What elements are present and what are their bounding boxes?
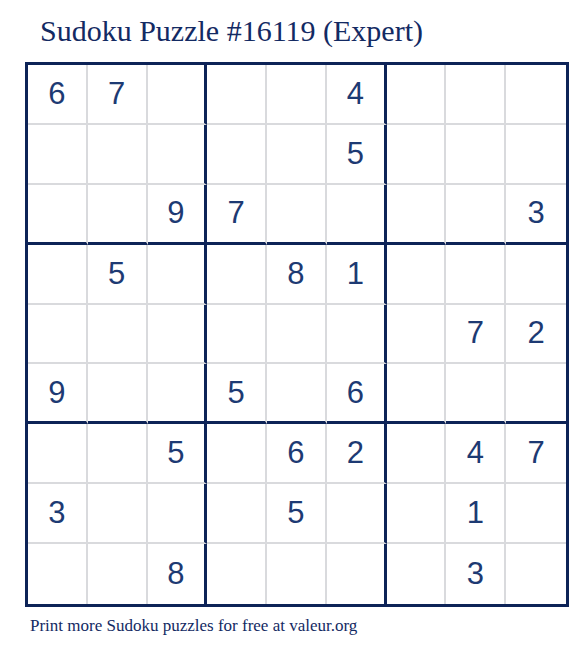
cell-r1c1[interactable]: 6 (28, 65, 88, 125)
cell-r2c7[interactable] (387, 125, 447, 185)
cell-r3c6[interactable] (327, 185, 387, 245)
cell-r5c5[interactable] (267, 305, 327, 365)
cell-r5c8[interactable]: 7 (446, 305, 506, 365)
cell-r5c1[interactable] (28, 305, 88, 365)
cell-r8c3[interactable] (148, 484, 208, 544)
cell-r5c6[interactable] (327, 305, 387, 365)
cell-r2c4[interactable] (207, 125, 267, 185)
cell-r4c8[interactable] (446, 245, 506, 305)
cell-r2c2[interactable] (88, 125, 148, 185)
cell-r1c7[interactable] (387, 65, 447, 125)
sudoku-page: Sudoku Puzzle #16119 (Expert) 6745973581… (0, 0, 580, 651)
cell-r3c1[interactable] (28, 185, 88, 245)
cell-r5c2[interactable] (88, 305, 148, 365)
cell-r7c2[interactable] (88, 424, 148, 484)
cell-r4c5[interactable]: 8 (267, 245, 327, 305)
cell-r6c5[interactable] (267, 364, 327, 424)
cell-r9c5[interactable] (267, 544, 327, 604)
cell-r1c3[interactable] (148, 65, 208, 125)
cell-r6c8[interactable] (446, 364, 506, 424)
cell-r4c6[interactable]: 1 (327, 245, 387, 305)
cell-r8c4[interactable] (207, 484, 267, 544)
cell-r2c1[interactable] (28, 125, 88, 185)
cell-r4c2[interactable]: 5 (88, 245, 148, 305)
cell-r6c2[interactable] (88, 364, 148, 424)
cell-r1c6[interactable]: 4 (327, 65, 387, 125)
cell-r7c3[interactable]: 5 (148, 424, 208, 484)
cell-r1c9[interactable] (506, 65, 566, 125)
cell-r7c5[interactable]: 6 (267, 424, 327, 484)
cell-r3c9[interactable]: 3 (506, 185, 566, 245)
cell-r9c3[interactable]: 8 (148, 544, 208, 604)
cell-r5c7[interactable] (387, 305, 447, 365)
cell-r1c2[interactable]: 7 (88, 65, 148, 125)
cell-r5c9[interactable]: 2 (506, 305, 566, 365)
cell-r7c8[interactable]: 4 (446, 424, 506, 484)
cell-r7c6[interactable]: 2 (327, 424, 387, 484)
cell-r1c5[interactable] (267, 65, 327, 125)
page-title: Sudoku Puzzle #16119 (Expert) (40, 14, 423, 49)
cell-r7c9[interactable]: 7 (506, 424, 566, 484)
cell-r8c7[interactable] (387, 484, 447, 544)
footer-text: Print more Sudoku puzzles for free at va… (30, 616, 357, 636)
cell-r8c8[interactable]: 1 (446, 484, 506, 544)
cell-r1c4[interactable] (207, 65, 267, 125)
cell-r6c9[interactable] (506, 364, 566, 424)
cell-r4c9[interactable] (506, 245, 566, 305)
cell-r1c8[interactable] (446, 65, 506, 125)
cell-r5c3[interactable] (148, 305, 208, 365)
cell-r2c8[interactable] (446, 125, 506, 185)
cell-r4c3[interactable] (148, 245, 208, 305)
cell-r2c5[interactable] (267, 125, 327, 185)
cell-r8c1[interactable]: 3 (28, 484, 88, 544)
cell-r9c6[interactable] (327, 544, 387, 604)
cell-r3c4[interactable]: 7 (207, 185, 267, 245)
cell-r2c6[interactable]: 5 (327, 125, 387, 185)
cell-r3c7[interactable] (387, 185, 447, 245)
cell-r6c6[interactable]: 6 (327, 364, 387, 424)
cell-r4c7[interactable] (387, 245, 447, 305)
cell-r9c7[interactable] (387, 544, 447, 604)
cell-r6c7[interactable] (387, 364, 447, 424)
sudoku-grid: 6745973581729565624735183 (25, 62, 569, 607)
cell-r9c9[interactable] (506, 544, 566, 604)
cell-r9c1[interactable] (28, 544, 88, 604)
cell-r3c5[interactable] (267, 185, 327, 245)
cell-r2c9[interactable] (506, 125, 566, 185)
cell-r8c5[interactable]: 5 (267, 484, 327, 544)
cell-r3c8[interactable] (446, 185, 506, 245)
cell-r9c2[interactable] (88, 544, 148, 604)
cell-r2c3[interactable] (148, 125, 208, 185)
cell-r3c2[interactable] (88, 185, 148, 245)
cell-r6c4[interactable]: 5 (207, 364, 267, 424)
cell-r7c1[interactable] (28, 424, 88, 484)
cell-r6c1[interactable]: 9 (28, 364, 88, 424)
cell-r6c3[interactable] (148, 364, 208, 424)
cell-r8c9[interactable] (506, 484, 566, 544)
cell-r9c4[interactable] (207, 544, 267, 604)
cell-r9c8[interactable]: 3 (446, 544, 506, 604)
cell-r5c4[interactable] (207, 305, 267, 365)
cell-r8c6[interactable] (327, 484, 387, 544)
cell-r4c4[interactable] (207, 245, 267, 305)
cell-r8c2[interactable] (88, 484, 148, 544)
cell-r4c1[interactable] (28, 245, 88, 305)
cell-r7c7[interactable] (387, 424, 447, 484)
cell-r3c3[interactable]: 9 (148, 185, 208, 245)
cell-r7c4[interactable] (207, 424, 267, 484)
